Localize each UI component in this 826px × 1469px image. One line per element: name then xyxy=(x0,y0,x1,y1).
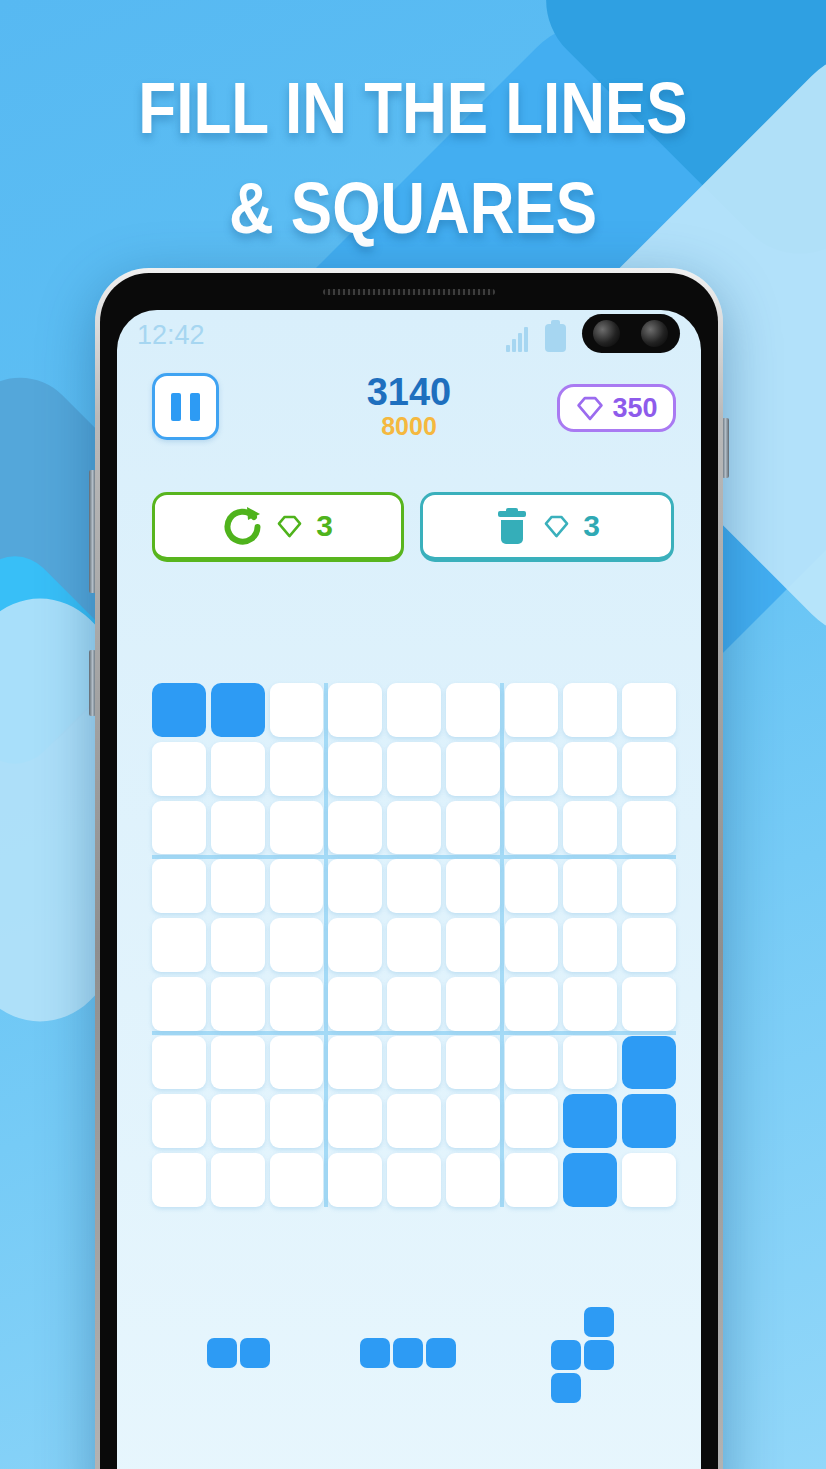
grid-cell[interactable] xyxy=(270,1036,324,1090)
grid-cell[interactable] xyxy=(446,683,500,737)
game-board xyxy=(152,683,676,1207)
piece-block xyxy=(426,1338,456,1368)
trash-piece-button[interactable]: 3 xyxy=(420,492,674,562)
grid-cell[interactable] xyxy=(622,742,676,796)
gems-badge[interactable]: 350 xyxy=(557,384,676,432)
grid-cell[interactable] xyxy=(152,977,206,1031)
grid-cell[interactable] xyxy=(505,1094,559,1148)
grid-cell[interactable] xyxy=(387,918,441,972)
grid-cell[interactable] xyxy=(328,801,382,855)
grid-cell[interactable] xyxy=(563,801,617,855)
piece-block xyxy=(240,1338,270,1368)
grid-cell[interactable] xyxy=(563,977,617,1031)
refresh-icon xyxy=(223,506,263,546)
grid-cell[interactable] xyxy=(622,683,676,737)
grid-cell[interactable] xyxy=(563,859,617,913)
grid-cell[interactable] xyxy=(152,1094,206,1148)
signal-icon xyxy=(506,326,528,352)
grid-cell[interactable] xyxy=(622,859,676,913)
refresh-pieces-button[interactable]: 3 xyxy=(152,492,404,562)
grid-cell[interactable] xyxy=(328,1094,382,1148)
grid-cell[interactable] xyxy=(446,742,500,796)
grid-cell[interactable] xyxy=(622,1153,676,1207)
grid-cell[interactable] xyxy=(270,1094,324,1148)
grid-cell-filled[interactable] xyxy=(563,1094,617,1148)
grid-cell[interactable] xyxy=(446,977,500,1031)
grid-cell[interactable] xyxy=(446,918,500,972)
grid-cell[interactable] xyxy=(387,1036,441,1090)
grid-cell[interactable] xyxy=(211,801,265,855)
piece-block xyxy=(360,1338,390,1368)
grid-cell[interactable] xyxy=(563,918,617,972)
grid-cell[interactable] xyxy=(270,801,324,855)
tray-piece[interactable] xyxy=(551,1307,614,1403)
gem-icon xyxy=(543,514,570,539)
status-time: 12:42 xyxy=(137,320,205,351)
grid-cell[interactable] xyxy=(328,1153,382,1207)
headline-line2: & SQUARES xyxy=(58,158,768,258)
grid-cell[interactable] xyxy=(505,801,559,855)
grid-cell[interactable] xyxy=(387,742,441,796)
grid-cell[interactable] xyxy=(211,918,265,972)
grid-cell[interactable] xyxy=(152,918,206,972)
piece-block xyxy=(584,1307,614,1337)
grid-cell[interactable] xyxy=(211,977,265,1031)
piece-block xyxy=(393,1338,423,1368)
gem-icon xyxy=(276,514,303,539)
grid-cell[interactable] xyxy=(387,859,441,913)
grid-cell[interactable] xyxy=(505,918,559,972)
grid-cell[interactable] xyxy=(505,977,559,1031)
tray-piece[interactable] xyxy=(360,1338,456,1368)
phone-screen: 12:42 3140 8000 xyxy=(117,310,701,1469)
piece-empty xyxy=(584,1373,614,1403)
grid-cell[interactable] xyxy=(505,859,559,913)
grid-cell[interactable] xyxy=(270,1153,324,1207)
grid-cell[interactable] xyxy=(328,977,382,1031)
grid-cell[interactable] xyxy=(211,742,265,796)
grid-cell[interactable] xyxy=(622,977,676,1031)
camera-lens-icon xyxy=(641,320,668,347)
phone-mockup: 12:42 3140 8000 xyxy=(95,268,723,1469)
grid-cell[interactable] xyxy=(446,801,500,855)
grid-cell-filled[interactable] xyxy=(211,683,265,737)
grid-cell[interactable] xyxy=(446,859,500,913)
piece-block xyxy=(207,1338,237,1368)
power-button xyxy=(722,418,729,478)
grid-cell[interactable] xyxy=(563,683,617,737)
grid-cell[interactable] xyxy=(270,859,324,913)
grid-cell[interactable] xyxy=(387,1153,441,1207)
trash-cost: 3 xyxy=(583,509,600,543)
grid-cell[interactable] xyxy=(152,801,206,855)
grid-cell[interactable] xyxy=(387,977,441,1031)
tray-piece[interactable] xyxy=(207,1338,270,1368)
grid-cell[interactable] xyxy=(211,1094,265,1148)
grid-cell[interactable] xyxy=(152,1153,206,1207)
speaker-grille-icon xyxy=(323,289,495,295)
grid-cell[interactable] xyxy=(211,1036,265,1090)
grid-cell[interactable] xyxy=(211,1153,265,1207)
grid-cell-filled[interactable] xyxy=(622,1036,676,1090)
grid-cell[interactable] xyxy=(563,1036,617,1090)
grid-cell-filled[interactable] xyxy=(563,1153,617,1207)
grid-cell[interactable] xyxy=(505,742,559,796)
camera-cutout xyxy=(582,314,680,353)
piece-block xyxy=(584,1340,614,1370)
grid-cell[interactable] xyxy=(387,801,441,855)
grid-cell[interactable] xyxy=(563,742,617,796)
board-grid xyxy=(152,683,676,1207)
grid-cell[interactable] xyxy=(505,1153,559,1207)
piece-block xyxy=(551,1373,581,1403)
grid-cell[interactable] xyxy=(446,1153,500,1207)
grid-cell[interactable] xyxy=(328,742,382,796)
grid-cell[interactable] xyxy=(328,1036,382,1090)
grid-cell[interactable] xyxy=(328,683,382,737)
trash-icon xyxy=(494,506,530,546)
gem-icon xyxy=(575,395,605,422)
grid-cell[interactable] xyxy=(270,977,324,1031)
grid-cell[interactable] xyxy=(152,859,206,913)
grid-cell[interactable] xyxy=(270,683,324,737)
grid-cell-filled[interactable] xyxy=(152,683,206,737)
gems-count: 350 xyxy=(612,393,657,424)
promo-screenshot: FILL IN THE LINES & SQUARES 12:42 xyxy=(0,0,826,1469)
grid-cell[interactable] xyxy=(152,1036,206,1090)
piece-block xyxy=(551,1340,581,1370)
grid-cell[interactable] xyxy=(446,1094,500,1148)
refresh-cost: 3 xyxy=(316,509,333,543)
grid-cell[interactable] xyxy=(446,1036,500,1090)
headline-line1: FILL IN THE LINES xyxy=(58,58,768,158)
grid-cell-filled[interactable] xyxy=(622,1094,676,1148)
grid-cell[interactable] xyxy=(328,918,382,972)
grid-cell[interactable] xyxy=(387,683,441,737)
grid-cell[interactable] xyxy=(152,742,206,796)
grid-cell[interactable] xyxy=(622,918,676,972)
piece-empty xyxy=(551,1307,581,1337)
grid-cell[interactable] xyxy=(505,1036,559,1090)
camera-lens-icon xyxy=(593,320,620,347)
grid-cell[interactable] xyxy=(270,742,324,796)
grid-cell[interactable] xyxy=(505,683,559,737)
grid-cell[interactable] xyxy=(270,918,324,972)
grid-cell[interactable] xyxy=(328,859,382,913)
headline: FILL IN THE LINES & SQUARES xyxy=(58,58,768,258)
grid-cell[interactable] xyxy=(622,801,676,855)
grid-cell[interactable] xyxy=(387,1094,441,1148)
battery-icon xyxy=(545,324,566,352)
grid-cell[interactable] xyxy=(211,859,265,913)
